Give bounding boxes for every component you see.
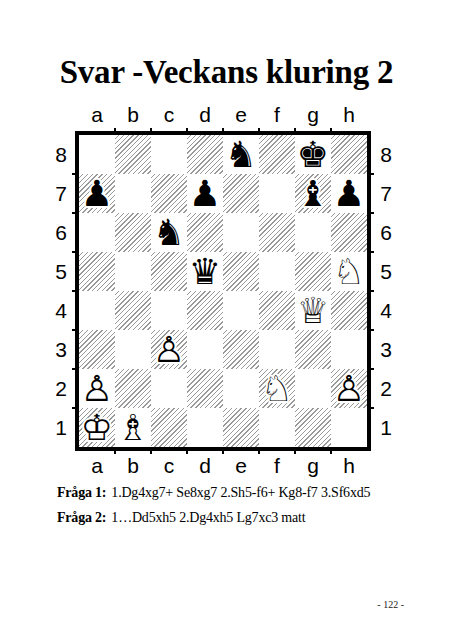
square-c5 — [151, 252, 187, 291]
file-label-e: e — [223, 102, 259, 128]
rank-label-7: 7 — [374, 174, 398, 213]
file-label-b: b — [115, 453, 151, 479]
square-d5: ♛♛ — [187, 252, 223, 291]
knight-icon: ♘ — [259, 369, 295, 408]
square-a6 — [79, 213, 115, 252]
rank-label-3: 3 — [49, 330, 73, 369]
rank-label-5: 5 — [374, 252, 398, 291]
board-frame-tick — [371, 368, 374, 370]
white-knight: ♞♘ — [331, 252, 367, 291]
board-frame-tick — [72, 368, 75, 370]
rank-labels-left: 87654321 — [49, 135, 73, 447]
rank-label-4: 4 — [49, 291, 73, 330]
square-h6 — [331, 213, 367, 252]
rank-label-6: 6 — [49, 213, 73, 252]
black-knight: ♞♞ — [151, 213, 187, 252]
knight-icon: ♞ — [223, 135, 259, 174]
pawn-icon: ♙ — [151, 330, 187, 369]
square-d4 — [187, 291, 223, 330]
bishop-icon: ♝ — [295, 174, 331, 213]
pawn-icon: ♟ — [187, 174, 223, 213]
square-h4 — [331, 291, 367, 330]
black-bishop: ♝♝ — [295, 174, 331, 213]
square-h5: ♞♘ — [331, 252, 367, 291]
black-knight: ♞♞ — [223, 135, 259, 174]
file-label-a: a — [79, 102, 115, 128]
square-h2: ♟♙ — [331, 369, 367, 408]
black-king: ♚♚ — [295, 135, 331, 174]
square-c2 — [151, 369, 187, 408]
square-h7: ♟♟ — [331, 174, 367, 213]
board-frame-tick — [371, 329, 374, 331]
square-g6 — [295, 213, 331, 252]
rank-labels-right: 87654321 — [374, 135, 398, 447]
white-pawn: ♟♙ — [79, 369, 115, 408]
square-b2 — [115, 369, 151, 408]
square-d1 — [187, 408, 223, 447]
queen-icon: ♛ — [187, 252, 223, 291]
solution-line-1: Fråga 1:1.Dg4xg7+ Se8xg7 2.Sh5-f6+ Kg8-f… — [57, 485, 427, 501]
square-b5 — [115, 252, 151, 291]
file-label-f: f — [259, 102, 295, 128]
square-e3 — [223, 330, 259, 369]
solution-line-2: Fråga 2:1…Dd5xh5 2.Dg4xh5 Lg7xc3 matt — [57, 510, 427, 526]
rank-label-8: 8 — [49, 135, 73, 174]
white-king: ♚♔ — [79, 408, 115, 447]
white-knight: ♞♘ — [259, 369, 295, 408]
square-h1 — [331, 408, 367, 447]
square-f3 — [259, 330, 295, 369]
square-h8 — [331, 135, 367, 174]
bishop-icon: ♗ — [115, 408, 151, 447]
square-g7: ♝♝ — [295, 174, 331, 213]
rank-label-7: 7 — [49, 174, 73, 213]
square-g5 — [295, 252, 331, 291]
square-d7: ♟♟ — [187, 174, 223, 213]
square-d6 — [187, 213, 223, 252]
square-d8 — [187, 135, 223, 174]
rank-label-3: 3 — [374, 330, 398, 369]
king-icon: ♔ — [79, 408, 115, 447]
square-h3 — [331, 330, 367, 369]
board-frame-tick — [222, 128, 224, 131]
king-icon: ♚ — [295, 135, 331, 174]
file-labels-top: abcdefgh — [79, 102, 367, 128]
file-label-e: e — [223, 453, 259, 479]
queen-icon: ♕ — [295, 291, 331, 330]
rank-label-5: 5 — [49, 252, 73, 291]
square-a4 — [79, 291, 115, 330]
pawn-icon: ♟ — [331, 174, 367, 213]
question-1-label: Fråga 1: — [57, 485, 106, 500]
board-frame-tick — [114, 128, 116, 131]
rank-label-4: 4 — [374, 291, 398, 330]
square-b3 — [115, 330, 151, 369]
board-frame-tick — [371, 407, 374, 409]
rank-label-1: 1 — [49, 408, 73, 447]
square-c1 — [151, 408, 187, 447]
board-frame-tick — [258, 128, 260, 131]
square-f4 — [259, 291, 295, 330]
square-f8 — [259, 135, 295, 174]
board-frame-tick — [150, 451, 152, 454]
square-d2 — [187, 369, 223, 408]
square-c7 — [151, 174, 187, 213]
square-e6 — [223, 213, 259, 252]
black-pawn: ♟♟ — [79, 174, 115, 213]
board-frame-tick — [186, 128, 188, 131]
square-d3 — [187, 330, 223, 369]
square-e2 — [223, 369, 259, 408]
square-g2 — [295, 369, 331, 408]
board-frame-tick — [294, 451, 296, 454]
square-a5 — [79, 252, 115, 291]
square-a8 — [79, 135, 115, 174]
square-e1 — [223, 408, 259, 447]
board-frame-tick — [186, 451, 188, 454]
square-g1 — [295, 408, 331, 447]
rank-label-6: 6 — [374, 213, 398, 252]
square-f2: ♞♘ — [259, 369, 295, 408]
board-frame-tick — [330, 451, 332, 454]
square-f6 — [259, 213, 295, 252]
board-frame-tick — [222, 451, 224, 454]
pawn-icon: ♟ — [79, 174, 115, 213]
board-frame-tick — [72, 251, 75, 253]
chess-board: ♞♞♚♚♟♟♟♟♝♝♟♟♞♞♛♛♞♘♛♕♟♙♟♙♞♘♟♙♚♔♝♗ — [75, 131, 371, 451]
rank-label-8: 8 — [374, 135, 398, 174]
question-1-moves: 1.Dg4xg7+ Se8xg7 2.Sh5-f6+ Kg8-f7 3.Sf6x… — [111, 485, 370, 500]
square-e4 — [223, 291, 259, 330]
rank-label-2: 2 — [49, 369, 73, 408]
file-label-b: b — [115, 102, 151, 128]
square-f7 — [259, 174, 295, 213]
board-frame-tick — [371, 212, 374, 214]
page-title: Svar -Veckans kluring 2 — [0, 54, 453, 91]
board-frame-tick — [258, 451, 260, 454]
file-label-d: d — [187, 453, 223, 479]
file-label-d: d — [187, 102, 223, 128]
board-frame-tick — [294, 128, 296, 131]
file-label-c: c — [151, 102, 187, 128]
rank-label-2: 2 — [374, 369, 398, 408]
board-frame-tick — [330, 128, 332, 131]
square-g3 — [295, 330, 331, 369]
book-page: Svar -Veckans kluring 2 abcdefgh 8765432… — [0, 0, 453, 640]
square-e5 — [223, 252, 259, 291]
square-b1: ♝♗ — [115, 408, 151, 447]
rank-label-1: 1 — [374, 408, 398, 447]
page-number: - 122 - — [377, 599, 404, 610]
white-bishop: ♝♗ — [115, 408, 151, 447]
board-frame-tick — [72, 173, 75, 175]
file-label-g: g — [295, 102, 331, 128]
square-c8 — [151, 135, 187, 174]
board-frame-tick — [371, 290, 374, 292]
question-2-moves: 1…Dd5xh5 2.Dg4xh5 Lg7xc3 matt — [111, 510, 305, 525]
board-frame-tick — [72, 290, 75, 292]
white-queen: ♛♕ — [295, 291, 331, 330]
file-label-h: h — [331, 453, 367, 479]
square-a3 — [79, 330, 115, 369]
square-b8 — [115, 135, 151, 174]
square-e8: ♞♞ — [223, 135, 259, 174]
black-pawn: ♟♟ — [331, 174, 367, 213]
board-frame-tick — [72, 329, 75, 331]
board-frame-tick — [371, 173, 374, 175]
board-frame-tick — [150, 128, 152, 131]
board-frame-tick — [114, 451, 116, 454]
white-pawn: ♟♙ — [151, 330, 187, 369]
square-g8: ♚♚ — [295, 135, 331, 174]
square-a7: ♟♟ — [79, 174, 115, 213]
file-label-c: c — [151, 453, 187, 479]
white-pawn: ♟♙ — [331, 369, 367, 408]
pawn-icon: ♙ — [79, 369, 115, 408]
square-b6 — [115, 213, 151, 252]
black-queen: ♛♛ — [187, 252, 223, 291]
square-f1 — [259, 408, 295, 447]
square-e7 — [223, 174, 259, 213]
square-a1: ♚♔ — [79, 408, 115, 447]
file-label-f: f — [259, 453, 295, 479]
pawn-icon: ♙ — [331, 369, 367, 408]
square-c4 — [151, 291, 187, 330]
square-c6: ♞♞ — [151, 213, 187, 252]
board-frame-tick — [72, 212, 75, 214]
square-a2: ♟♙ — [79, 369, 115, 408]
file-label-a: a — [79, 453, 115, 479]
board-frame-tick — [371, 251, 374, 253]
knight-icon: ♞ — [151, 213, 187, 252]
square-b7 — [115, 174, 151, 213]
file-label-g: g — [295, 453, 331, 479]
board-frame-tick — [72, 407, 75, 409]
square-f5 — [259, 252, 295, 291]
file-labels-bottom: abcdefgh — [79, 453, 367, 479]
square-c3: ♟♙ — [151, 330, 187, 369]
file-label-h: h — [331, 102, 367, 128]
knight-icon: ♘ — [331, 252, 367, 291]
square-b4 — [115, 291, 151, 330]
square-g4: ♛♕ — [295, 291, 331, 330]
black-pawn: ♟♟ — [187, 174, 223, 213]
question-2-label: Fråga 2: — [57, 510, 106, 525]
